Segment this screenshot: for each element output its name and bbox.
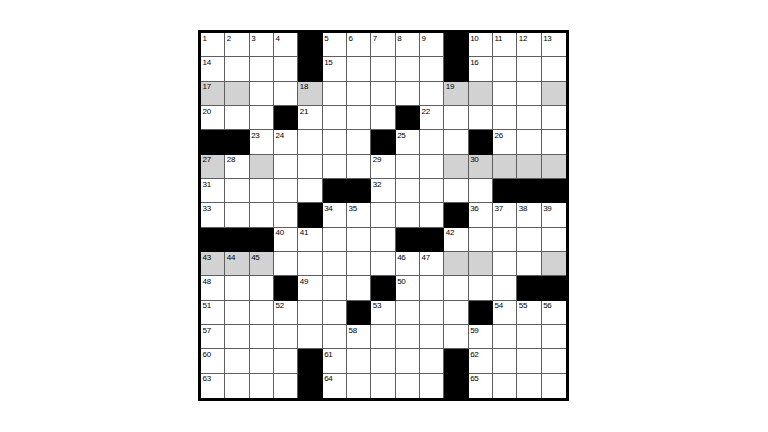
grid-cell[interactable] <box>323 106 347 130</box>
shaded-cell[interactable] <box>250 155 274 179</box>
grid-cell[interactable]: 16 <box>469 57 493 81</box>
grid-cell[interactable] <box>323 252 347 276</box>
black-cell <box>542 179 566 203</box>
grid-cell[interactable]: 60 <box>201 349 225 373</box>
clue-number: 59 <box>470 326 478 335</box>
grid-cell[interactable] <box>469 276 493 300</box>
grid-cell[interactable] <box>347 106 371 130</box>
grid-cell[interactable] <box>371 374 395 398</box>
grid-cell[interactable] <box>347 82 371 106</box>
grid-cell[interactable] <box>274 82 298 106</box>
grid-cell[interactable] <box>517 374 541 398</box>
clue-number: 33 <box>203 204 211 213</box>
grid-cell[interactable] <box>250 203 274 227</box>
shaded-cell[interactable]: 17 <box>201 82 225 106</box>
grid-cell[interactable]: 33 <box>201 203 225 227</box>
black-cell <box>371 276 395 300</box>
clue-number: 32 <box>373 180 381 189</box>
grid-cell[interactable] <box>347 130 371 154</box>
grid-cell[interactable] <box>396 82 420 106</box>
black-cell <box>396 228 420 252</box>
clue-number: 1 <box>203 34 207 43</box>
clue-number: 55 <box>519 301 527 310</box>
grid-cell[interactable] <box>493 57 517 81</box>
black-cell <box>201 228 225 252</box>
grid-cell[interactable] <box>347 155 371 179</box>
clue-number: 58 <box>349 326 357 335</box>
grid-cell[interactable] <box>542 228 566 252</box>
grid-cell[interactable] <box>250 106 274 130</box>
black-cell <box>225 228 249 252</box>
grid-cell[interactable] <box>444 106 468 130</box>
clue-number: 44 <box>227 253 235 262</box>
grid-cell[interactable] <box>420 179 444 203</box>
clue-number: 62 <box>470 350 478 359</box>
grid-cell[interactable] <box>396 203 420 227</box>
grid-cell[interactable]: 64 <box>323 374 347 398</box>
clue-number: 30 <box>470 155 478 164</box>
grid-cell[interactable]: 63 <box>201 374 225 398</box>
clue-number: 50 <box>397 277 405 286</box>
black-cell <box>517 179 541 203</box>
clue-number: 61 <box>324 350 332 359</box>
shaded-cell[interactable]: 45 <box>250 252 274 276</box>
clue-number: 22 <box>422 107 430 116</box>
grid-cell[interactable]: 31 <box>201 179 225 203</box>
grid-cell[interactable]: 34 <box>323 203 347 227</box>
grid-cell[interactable]: 54 <box>493 301 517 325</box>
grid-cell[interactable] <box>225 106 249 130</box>
grid-cell[interactable] <box>323 276 347 300</box>
black-cell <box>444 57 468 81</box>
clue-number: 43 <box>203 253 211 262</box>
black-cell <box>298 203 322 227</box>
grid-cell[interactable] <box>347 276 371 300</box>
grid-cell[interactable] <box>420 82 444 106</box>
clue-number: 29 <box>373 155 381 164</box>
grid-cell[interactable]: 28 <box>225 155 249 179</box>
grid-cell[interactable] <box>371 82 395 106</box>
grid-cell[interactable] <box>444 130 468 154</box>
grid-cell[interactable] <box>225 325 249 349</box>
clue-number: 65 <box>470 374 478 383</box>
grid-cell[interactable] <box>420 57 444 81</box>
grid-cell[interactable] <box>517 252 541 276</box>
page-background: 1234567891011121314151617181920212223242… <box>0 0 768 432</box>
black-cell <box>420 228 444 252</box>
clue-number: 10 <box>470 34 478 43</box>
grid-cell[interactable] <box>493 276 517 300</box>
clue-number: 39 <box>543 204 551 213</box>
grid-cell[interactable]: 57 <box>201 325 225 349</box>
grid-cell[interactable] <box>298 301 322 325</box>
shaded-cell[interactable]: 44 <box>225 252 249 276</box>
grid-cell[interactable] <box>225 374 249 398</box>
shaded-cell[interactable] <box>542 155 566 179</box>
clue-number: 14 <box>203 58 211 67</box>
grid-cell[interactable] <box>250 325 274 349</box>
black-cell <box>493 179 517 203</box>
grid-cell[interactable]: 1 <box>201 33 225 57</box>
clue-number: 19 <box>446 82 454 91</box>
shaded-cell[interactable]: 19 <box>444 82 468 106</box>
grid-cell[interactable] <box>420 130 444 154</box>
grid-cell[interactable] <box>250 276 274 300</box>
grid-cell[interactable] <box>298 252 322 276</box>
clue-number: 35 <box>349 204 357 213</box>
grid-cell[interactable] <box>298 130 322 154</box>
clue-number: 18 <box>300 82 308 91</box>
grid-cell[interactable] <box>371 325 395 349</box>
clue-number: 8 <box>397 34 401 43</box>
clue-number: 40 <box>276 228 284 237</box>
grid-cell[interactable] <box>274 374 298 398</box>
grid-cell[interactable]: 59 <box>469 325 493 349</box>
grid-cell[interactable] <box>225 179 249 203</box>
grid-cell[interactable]: 3 <box>250 33 274 57</box>
clue-number: 64 <box>324 374 332 383</box>
clue-number: 36 <box>470 204 478 213</box>
clue-number: 53 <box>373 301 381 310</box>
grid-cell[interactable]: 24 <box>274 130 298 154</box>
grid-cell[interactable]: 12 <box>517 33 541 57</box>
clue-number: 4 <box>276 34 280 43</box>
grid-cell[interactable]: 25 <box>396 130 420 154</box>
clue-number: 57 <box>203 326 211 335</box>
grid-cell[interactable]: 20 <box>201 106 225 130</box>
grid-cell[interactable] <box>542 57 566 81</box>
clue-number: 25 <box>397 131 405 140</box>
black-cell <box>542 276 566 300</box>
clue-number: 20 <box>203 107 211 116</box>
clue-number: 12 <box>519 34 527 43</box>
black-cell <box>274 106 298 130</box>
grid-cell[interactable]: 41 <box>298 228 322 252</box>
grid-cell[interactable] <box>420 276 444 300</box>
grid-cell[interactable]: 38 <box>517 203 541 227</box>
clue-number: 9 <box>422 34 426 43</box>
grid-cell[interactable] <box>250 374 274 398</box>
clue-number: 26 <box>495 131 503 140</box>
grid-cell[interactable] <box>517 325 541 349</box>
grid-cell[interactable] <box>371 106 395 130</box>
clue-number: 31 <box>203 180 211 189</box>
black-cell <box>444 349 468 373</box>
clue-number: 54 <box>495 301 503 310</box>
grid-cell[interactable] <box>420 374 444 398</box>
grid-cell[interactable] <box>396 57 420 81</box>
clue-number: 27 <box>203 155 211 164</box>
grid-cell[interactable] <box>493 374 517 398</box>
grid-cell[interactable]: 65 <box>469 374 493 398</box>
shaded-cell[interactable] <box>469 82 493 106</box>
clue-number: 15 <box>324 58 332 67</box>
black-cell <box>444 374 468 398</box>
black-cell <box>469 301 493 325</box>
grid-cell[interactable]: 48 <box>201 276 225 300</box>
clue-number: 34 <box>324 204 332 213</box>
grid-cell[interactable] <box>274 252 298 276</box>
grid-cell[interactable]: 39 <box>542 203 566 227</box>
grid-cell[interactable] <box>298 325 322 349</box>
grid-cell[interactable]: 49 <box>298 276 322 300</box>
grid-cell[interactable]: 7 <box>371 33 395 57</box>
grid-cell[interactable] <box>225 301 249 325</box>
grid-cell[interactable]: 6 <box>347 33 371 57</box>
grid-cell[interactable] <box>420 155 444 179</box>
black-cell <box>225 130 249 154</box>
grid-cell[interactable] <box>493 252 517 276</box>
clue-number: 46 <box>397 253 405 262</box>
grid-cell[interactable] <box>493 325 517 349</box>
grid-cell[interactable] <box>225 203 249 227</box>
grid-cell[interactable] <box>250 301 274 325</box>
clue-number: 47 <box>422 253 430 262</box>
grid-cell[interactable] <box>420 203 444 227</box>
grid-cell[interactable]: 29 <box>371 155 395 179</box>
clue-number: 3 <box>251 34 255 43</box>
grid-cell[interactable]: 11 <box>493 33 517 57</box>
black-cell <box>396 106 420 130</box>
grid-cell[interactable]: 4 <box>274 33 298 57</box>
grid-cell[interactable]: 47 <box>420 252 444 276</box>
grid-cell[interactable] <box>517 106 541 130</box>
grid-cell[interactable] <box>323 228 347 252</box>
grid-cell[interactable]: 40 <box>274 228 298 252</box>
grid-cell[interactable]: 55 <box>517 301 541 325</box>
clue-number: 13 <box>543 34 551 43</box>
grid-cell[interactable] <box>225 57 249 81</box>
clue-number: 49 <box>300 277 308 286</box>
shaded-cell[interactable] <box>444 155 468 179</box>
clue-number: 51 <box>203 301 211 310</box>
grid-cell[interactable]: 13 <box>542 33 566 57</box>
black-cell <box>517 276 541 300</box>
grid-cell[interactable] <box>323 325 347 349</box>
grid-cell[interactable]: 35 <box>347 203 371 227</box>
shaded-cell[interactable] <box>542 252 566 276</box>
grid-cell[interactable] <box>274 349 298 373</box>
black-cell <box>298 349 322 373</box>
clue-number: 42 <box>446 228 454 237</box>
grid-cell[interactable]: 52 <box>274 301 298 325</box>
clue-number: 41 <box>300 228 308 237</box>
grid-cell[interactable] <box>347 374 371 398</box>
clue-number: 6 <box>349 34 353 43</box>
black-cell <box>444 33 468 57</box>
grid-cell[interactable] <box>371 203 395 227</box>
black-cell <box>444 203 468 227</box>
grid-cell[interactable]: 56 <box>542 301 566 325</box>
grid-cell[interactable]: 21 <box>298 106 322 130</box>
grid-cell[interactable] <box>250 82 274 106</box>
grid-cell[interactable] <box>274 325 298 349</box>
grid-cell[interactable] <box>542 349 566 373</box>
grid-cell[interactable] <box>542 130 566 154</box>
grid-cell[interactable]: 51 <box>201 301 225 325</box>
grid-cell[interactable]: 36 <box>469 203 493 227</box>
grid-cell[interactable] <box>396 179 420 203</box>
black-cell <box>347 301 371 325</box>
shaded-cell[interactable]: 18 <box>298 82 322 106</box>
grid-cell[interactable] <box>542 325 566 349</box>
grid-cell[interactable] <box>493 106 517 130</box>
grid-cell[interactable]: 32 <box>371 179 395 203</box>
grid-cell[interactable] <box>298 155 322 179</box>
grid-cell[interactable]: 15 <box>323 57 347 81</box>
grid-cell[interactable]: 61 <box>323 349 347 373</box>
grid-cell[interactable] <box>371 228 395 252</box>
grid-cell[interactable] <box>469 228 493 252</box>
clue-number: 21 <box>300 107 308 116</box>
clue-number: 28 <box>227 155 235 164</box>
grid-cell[interactable] <box>444 301 468 325</box>
clue-number: 5 <box>324 34 328 43</box>
black-cell <box>347 179 371 203</box>
grid-cell[interactable] <box>274 179 298 203</box>
grid-cell[interactable] <box>274 203 298 227</box>
grid-cell[interactable] <box>347 228 371 252</box>
grid-cell[interactable] <box>371 349 395 373</box>
grid-cell[interactable] <box>542 374 566 398</box>
grid-cell[interactable]: 5 <box>323 33 347 57</box>
grid-cell[interactable] <box>225 349 249 373</box>
clue-number: 56 <box>543 301 551 310</box>
grid-cell[interactable] <box>517 57 541 81</box>
black-cell <box>323 179 347 203</box>
grid-cell[interactable] <box>444 276 468 300</box>
shaded-cell[interactable] <box>517 155 541 179</box>
grid-cell[interactable]: 10 <box>469 33 493 57</box>
grid-cell[interactable] <box>274 155 298 179</box>
shaded-cell[interactable] <box>493 155 517 179</box>
clue-number: 23 <box>251 131 259 140</box>
grid-cell[interactable] <box>396 301 420 325</box>
grid-cell[interactable] <box>420 325 444 349</box>
grid-cell[interactable] <box>396 349 420 373</box>
grid-cell[interactable] <box>250 57 274 81</box>
clue-number: 24 <box>276 131 284 140</box>
clue-number: 63 <box>203 374 211 383</box>
black-cell <box>274 276 298 300</box>
grid-cell[interactable] <box>323 155 347 179</box>
grid-cell[interactable] <box>323 301 347 325</box>
clue-number: 48 <box>203 277 211 286</box>
clue-number: 60 <box>203 350 211 359</box>
clue-number: 7 <box>373 34 377 43</box>
grid-cell[interactable]: 37 <box>493 203 517 227</box>
grid-cell[interactable] <box>517 82 541 106</box>
grid-cell[interactable]: 53 <box>371 301 395 325</box>
grid-cell[interactable] <box>420 349 444 373</box>
grid-cell[interactable]: 2 <box>225 33 249 57</box>
grid-cell[interactable] <box>274 57 298 81</box>
grid-cell[interactable] <box>396 325 420 349</box>
black-cell <box>250 228 274 252</box>
grid-cell[interactable]: 26 <box>493 130 517 154</box>
grid-cell[interactable]: 46 <box>396 252 420 276</box>
grid-cell[interactable]: 9 <box>420 33 444 57</box>
grid-cell[interactable]: 62 <box>469 349 493 373</box>
grid-cell[interactable] <box>542 106 566 130</box>
shaded-cell[interactable] <box>444 252 468 276</box>
clue-number: 38 <box>519 204 527 213</box>
grid-cell[interactable] <box>298 179 322 203</box>
grid-cell[interactable]: 23 <box>250 130 274 154</box>
grid-cell[interactable] <box>225 276 249 300</box>
grid-cell[interactable] <box>420 301 444 325</box>
crossword-grid: 1234567891011121314151617181920212223242… <box>198 30 569 401</box>
grid-cell[interactable] <box>493 349 517 373</box>
black-cell <box>298 33 322 57</box>
grid-cell[interactable]: 8 <box>396 33 420 57</box>
clue-number: 17 <box>203 82 211 91</box>
grid-cell[interactable]: 22 <box>420 106 444 130</box>
grid-cell[interactable] <box>347 57 371 81</box>
grid-cell[interactable] <box>323 82 347 106</box>
grid-cell[interactable] <box>371 57 395 81</box>
grid-cell[interactable] <box>517 228 541 252</box>
grid-cell[interactable] <box>517 130 541 154</box>
clue-number: 16 <box>470 58 478 67</box>
clue-number: 52 <box>276 301 284 310</box>
black-cell <box>298 374 322 398</box>
black-cell <box>469 130 493 154</box>
grid-cell[interactable]: 58 <box>347 325 371 349</box>
black-cell <box>201 130 225 154</box>
shaded-cell[interactable] <box>542 82 566 106</box>
grid-cell[interactable] <box>444 179 468 203</box>
grid-cell[interactable]: 50 <box>396 276 420 300</box>
grid-cell[interactable] <box>250 179 274 203</box>
shaded-cell[interactable]: 27 <box>201 155 225 179</box>
grid-cell[interactable] <box>493 82 517 106</box>
grid-cell[interactable] <box>396 374 420 398</box>
grid-cell[interactable] <box>493 228 517 252</box>
grid-cell[interactable] <box>444 325 468 349</box>
grid-cell[interactable] <box>396 155 420 179</box>
clue-number: 11 <box>495 34 503 43</box>
shaded-cell[interactable]: 30 <box>469 155 493 179</box>
grid-cell[interactable] <box>469 179 493 203</box>
clue-number: 37 <box>495 204 503 213</box>
grid-cell[interactable] <box>323 130 347 154</box>
shaded-cell[interactable] <box>469 252 493 276</box>
grid-cell[interactable] <box>469 106 493 130</box>
grid-cell[interactable] <box>347 252 371 276</box>
grid-cell[interactable] <box>250 349 274 373</box>
black-cell <box>298 57 322 81</box>
grid-cell[interactable] <box>517 349 541 373</box>
clue-number: 45 <box>251 253 259 262</box>
grid-cell[interactable] <box>347 349 371 373</box>
grid-cell[interactable]: 42 <box>444 228 468 252</box>
grid-cell[interactable] <box>371 252 395 276</box>
shaded-cell[interactable]: 43 <box>201 252 225 276</box>
grid-cell[interactable]: 14 <box>201 57 225 81</box>
black-cell <box>371 130 395 154</box>
clue-number: 2 <box>227 34 231 43</box>
shaded-cell[interactable] <box>225 82 249 106</box>
